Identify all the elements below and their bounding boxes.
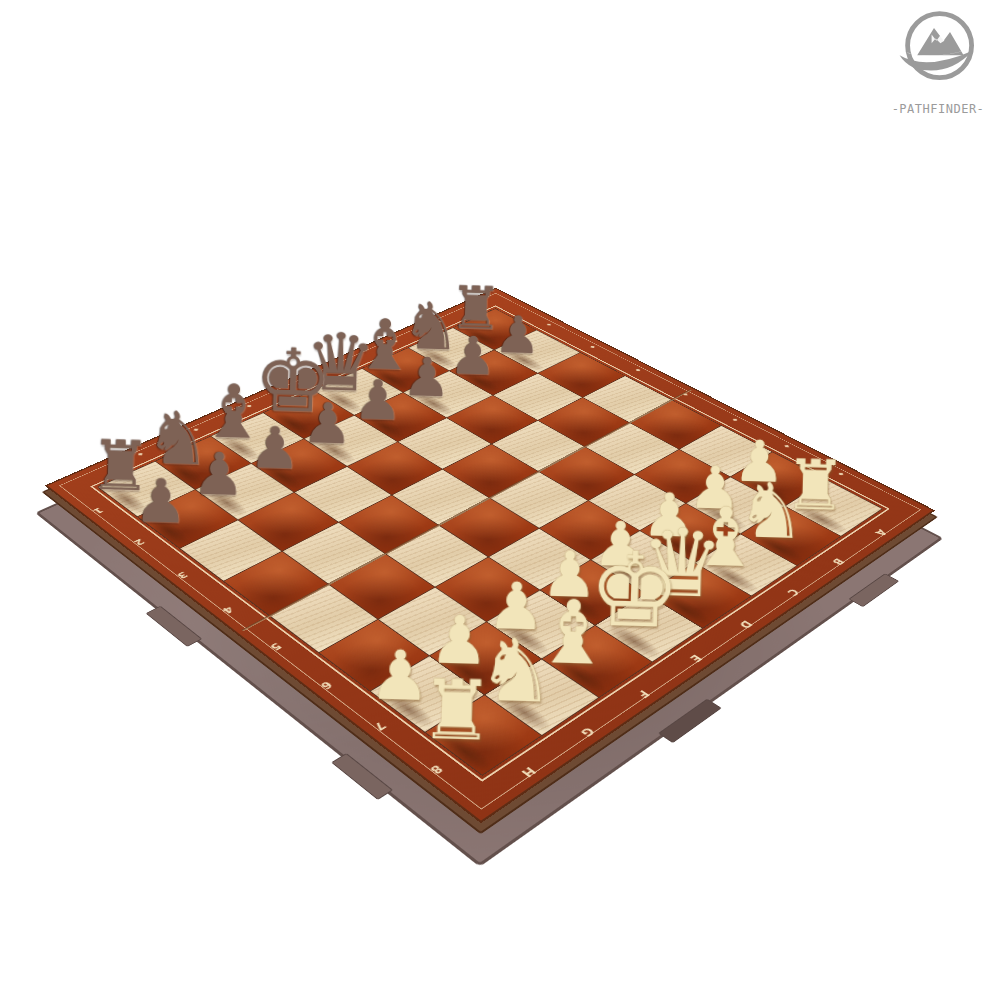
piece-light-rook-h8[interactable]: ♜ bbox=[414, 668, 499, 753]
file-label-A: A bbox=[871, 527, 891, 539]
product-photo: -PATHFINDER- ♜♟♟♜♞♟♟♞♝♟♟♝♛♟♟♛♚♟♟♚♝♟♟♝♞♟♟… bbox=[0, 0, 1000, 1000]
border-diamond-mark: ◆ bbox=[633, 367, 643, 372]
base-clasp-latch[interactable] bbox=[658, 698, 722, 743]
file-label-H: H bbox=[516, 763, 540, 780]
file-label-C: C bbox=[783, 586, 804, 599]
border-diamond-mark: ◆ bbox=[588, 344, 598, 349]
rank-label-6: 6 bbox=[315, 678, 338, 693]
file-label-F: F bbox=[632, 686, 655, 701]
file-label-E: E bbox=[685, 651, 707, 666]
base-hinge-tab bbox=[145, 606, 202, 647]
base-foot-tab bbox=[848, 573, 899, 607]
base-foot-tab bbox=[331, 753, 393, 800]
square-f3[interactable] bbox=[295, 467, 392, 522]
border-diamond-mark: ◆ bbox=[681, 392, 691, 397]
board-squares: ♜♟♟♜♞♟♟♞♝♟♟♝♛♟♟♛♚♟♟♚♝♟♟♝♞♟♟♞♜♟♟♜ bbox=[97, 308, 883, 776]
board: ♜♟♟♜♞♟♟♞♝♟♟♝♛♟♟♛♚♟♟♚♝♟♟♝♞♟♟♞♜♟♟♜ 1234567… bbox=[45, 288, 936, 824]
rank-label-2: 2 bbox=[129, 536, 150, 548]
pathfinder-watermark: -PATHFINDER- bbox=[878, 4, 998, 116]
rank-label-4: 4 bbox=[217, 603, 239, 617]
rank-label-1: 1 bbox=[88, 505, 108, 517]
rank-label-8: 8 bbox=[424, 761, 448, 778]
mountain-swoosh-circle-icon bbox=[890, 4, 986, 100]
border-diamond-mark: ◆ bbox=[730, 417, 740, 423]
rank-label-7: 7 bbox=[368, 718, 392, 734]
file-label-B: B bbox=[828, 555, 849, 568]
file-label-D: D bbox=[735, 618, 757, 632]
file-label-G: G bbox=[576, 724, 600, 740]
piece-dark-pawn-h2[interactable]: ♟ bbox=[125, 470, 197, 532]
rank-label-3: 3 bbox=[171, 569, 192, 582]
rank-label-5: 5 bbox=[264, 639, 286, 653]
watermark-text: -PATHFINDER- bbox=[878, 102, 998, 116]
